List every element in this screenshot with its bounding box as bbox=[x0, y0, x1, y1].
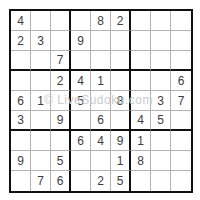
cell-r5c1: 6 bbox=[11, 91, 31, 111]
cell-r1c2[interactable] bbox=[31, 11, 51, 31]
cell-r1c7[interactable] bbox=[131, 11, 151, 31]
cell-r8c9[interactable] bbox=[171, 151, 191, 171]
page-background: 4822397241661583739645649195187625 © Liv… bbox=[0, 0, 200, 200]
cell-r7c6: 9 bbox=[111, 131, 131, 151]
cell-r9c1[interactable] bbox=[11, 171, 31, 191]
sudoku-board: 4822397241661583739645649195187625 bbox=[9, 9, 193, 193]
cell-r8c7: 8 bbox=[131, 151, 151, 171]
cell-r9c2: 7 bbox=[31, 171, 51, 191]
cell-r8c2[interactable] bbox=[31, 151, 51, 171]
cell-r4c7[interactable] bbox=[131, 71, 151, 91]
cell-r5c4: 5 bbox=[71, 91, 91, 111]
cell-r4c9: 6 bbox=[171, 71, 191, 91]
cell-r9c4[interactable] bbox=[71, 171, 91, 191]
cell-r1c6: 2 bbox=[111, 11, 131, 31]
cell-r4c2[interactable] bbox=[31, 71, 51, 91]
cell-r2c3[interactable] bbox=[51, 31, 71, 51]
cell-r3c5[interactable] bbox=[91, 51, 111, 71]
cell-r6c4[interactable] bbox=[71, 111, 91, 131]
cell-r2c1: 2 bbox=[11, 31, 31, 51]
cell-r6c6[interactable] bbox=[111, 111, 131, 131]
cell-r7c1[interactable] bbox=[11, 131, 31, 151]
cell-r2c6[interactable] bbox=[111, 31, 131, 51]
cell-r1c4[interactable] bbox=[71, 11, 91, 31]
cell-r5c7[interactable] bbox=[131, 91, 151, 111]
cell-r6c3: 9 bbox=[51, 111, 71, 131]
cell-r8c6: 1 bbox=[111, 151, 131, 171]
cell-r6c5: 6 bbox=[91, 111, 111, 131]
cell-r4c1[interactable] bbox=[11, 71, 31, 91]
cell-r7c2[interactable] bbox=[31, 131, 51, 151]
cell-r1c3[interactable] bbox=[51, 11, 71, 31]
cell-r1c1: 4 bbox=[11, 11, 31, 31]
cell-r2c9[interactable] bbox=[171, 31, 191, 51]
cell-r3c1[interactable] bbox=[11, 51, 31, 71]
cell-r9c3: 6 bbox=[51, 171, 71, 191]
cell-r5c8: 3 bbox=[151, 91, 171, 111]
cell-r8c3: 5 bbox=[51, 151, 71, 171]
cell-r3c4[interactable] bbox=[71, 51, 91, 71]
cell-r3c3: 7 bbox=[51, 51, 71, 71]
cell-r6c8: 5 bbox=[151, 111, 171, 131]
cell-r7c4: 6 bbox=[71, 131, 91, 151]
cell-r4c5: 1 bbox=[91, 71, 111, 91]
cell-r5c6: 8 bbox=[111, 91, 131, 111]
cell-r6c2[interactable] bbox=[31, 111, 51, 131]
cell-r5c2: 1 bbox=[31, 91, 51, 111]
cell-r5c3[interactable] bbox=[51, 91, 71, 111]
cell-r7c7: 1 bbox=[131, 131, 151, 151]
cell-r8c1: 9 bbox=[11, 151, 31, 171]
cell-r4c4: 4 bbox=[71, 71, 91, 91]
cell-r4c3: 2 bbox=[51, 71, 71, 91]
cell-r8c5[interactable] bbox=[91, 151, 111, 171]
cell-r3c2[interactable] bbox=[31, 51, 51, 71]
cell-r9c7[interactable] bbox=[131, 171, 151, 191]
cell-r4c6[interactable] bbox=[111, 71, 131, 91]
cell-r3c8[interactable] bbox=[151, 51, 171, 71]
cell-r9c6: 5 bbox=[111, 171, 131, 191]
cell-r7c3[interactable] bbox=[51, 131, 71, 151]
cell-r8c8[interactable] bbox=[151, 151, 171, 171]
cell-r9c5: 2 bbox=[91, 171, 111, 191]
cell-r1c9[interactable] bbox=[171, 11, 191, 31]
cell-r3c9[interactable] bbox=[171, 51, 191, 71]
cell-r7c5: 4 bbox=[91, 131, 111, 151]
cell-r6c9[interactable] bbox=[171, 111, 191, 131]
cell-r8c4[interactable] bbox=[71, 151, 91, 171]
cell-r6c7: 4 bbox=[131, 111, 151, 131]
cell-r5c9: 7 bbox=[171, 91, 191, 111]
cell-r4c8[interactable] bbox=[151, 71, 171, 91]
cell-r9c8[interactable] bbox=[151, 171, 171, 191]
cell-r2c8[interactable] bbox=[151, 31, 171, 51]
cell-r5c5[interactable] bbox=[91, 91, 111, 111]
cell-r9c9[interactable] bbox=[171, 171, 191, 191]
cell-r2c2: 3 bbox=[31, 31, 51, 51]
cell-r6c1: 3 bbox=[11, 111, 31, 131]
cell-r3c6[interactable] bbox=[111, 51, 131, 71]
cell-r7c9[interactable] bbox=[171, 131, 191, 151]
cell-r7c8[interactable] bbox=[151, 131, 171, 151]
cell-r1c5: 8 bbox=[91, 11, 111, 31]
cell-r2c4: 9 bbox=[71, 31, 91, 51]
cell-r2c5[interactable] bbox=[91, 31, 111, 51]
cell-r2c7[interactable] bbox=[131, 31, 151, 51]
cell-r3c7[interactable] bbox=[131, 51, 151, 71]
cell-r1c8[interactable] bbox=[151, 11, 171, 31]
